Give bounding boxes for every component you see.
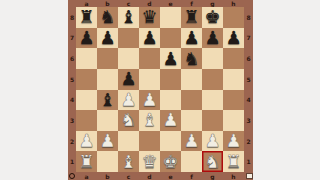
square-c4[interactable]: ♟ bbox=[118, 90, 139, 111]
square-h5[interactable] bbox=[223, 69, 244, 90]
black-king-g8[interactable]: ♚ bbox=[204, 8, 220, 26]
square-c8[interactable]: ♝ bbox=[118, 7, 139, 28]
coordinate-label: b bbox=[97, 172, 118, 180]
coordinate-label: 7 bbox=[68, 28, 76, 49]
square-g7[interactable]: ♟ bbox=[202, 28, 223, 49]
square-f4[interactable] bbox=[181, 90, 202, 111]
square-e6[interactable]: ♟ bbox=[160, 48, 181, 69]
square-h1[interactable]: ♜ bbox=[223, 151, 244, 172]
coordinate-label: d bbox=[139, 0, 160, 7]
coordinate-label: e bbox=[160, 172, 181, 180]
black-pawn-f7[interactable]: ♟ bbox=[183, 29, 199, 47]
white-rook-h1[interactable]: ♜ bbox=[225, 153, 241, 171]
square-e3[interactable]: ♟ bbox=[160, 110, 181, 131]
coordinate-label: h bbox=[223, 172, 244, 180]
coordinate-label: 5 bbox=[68, 69, 76, 90]
white-king-e1[interactable]: ♚ bbox=[162, 153, 178, 171]
square-a6[interactable] bbox=[76, 48, 97, 69]
chess-board-frame: abcdefgh abcdefgh 87654321 87654321 ♜♞♝♛… bbox=[68, 0, 253, 180]
white-pawn-a2[interactable]: ♟ bbox=[78, 132, 94, 150]
square-d8[interactable]: ♛ bbox=[139, 7, 160, 28]
rank-labels-right: 87654321 bbox=[244, 7, 253, 172]
black-pawn-d7[interactable]: ♟ bbox=[141, 29, 157, 47]
coordinate-label: 1 bbox=[244, 151, 253, 172]
rank-labels-left: 87654321 bbox=[68, 7, 76, 172]
square-c7[interactable] bbox=[118, 28, 139, 49]
square-d6[interactable] bbox=[139, 48, 160, 69]
coordinate-label: 3 bbox=[68, 110, 76, 131]
square-f5[interactable] bbox=[181, 69, 202, 90]
square-d2[interactable] bbox=[139, 131, 160, 152]
coordinate-label: 6 bbox=[68, 48, 76, 69]
square-d5[interactable] bbox=[139, 69, 160, 90]
square-d7[interactable]: ♟ bbox=[139, 28, 160, 49]
square-g4[interactable] bbox=[202, 90, 223, 111]
square-f6[interactable]: ♞ bbox=[181, 48, 202, 69]
white-pawn-c4[interactable]: ♟ bbox=[120, 91, 136, 109]
coordinate-label: f bbox=[181, 0, 202, 7]
square-c6[interactable] bbox=[118, 48, 139, 69]
square-a2[interactable]: ♟ bbox=[76, 131, 97, 152]
flip-board-icon[interactable] bbox=[69, 173, 75, 179]
coordinate-label: e bbox=[160, 0, 181, 7]
square-h6[interactable] bbox=[223, 48, 244, 69]
square-b4[interactable]: ♝ bbox=[97, 90, 118, 111]
square-f3[interactable] bbox=[181, 110, 202, 131]
coordinate-label: 3 bbox=[244, 110, 253, 131]
square-h4[interactable] bbox=[223, 90, 244, 111]
coordinate-label: 7 bbox=[244, 28, 253, 49]
square-g5[interactable] bbox=[202, 69, 223, 90]
square-f2[interactable]: ♟ bbox=[181, 131, 202, 152]
square-b3[interactable] bbox=[97, 110, 118, 131]
white-pawn-h2[interactable]: ♟ bbox=[225, 132, 241, 150]
square-g8[interactable]: ♚ bbox=[202, 7, 223, 28]
page-background: abcdefgh abcdefgh 87654321 87654321 ♜♞♝♛… bbox=[0, 0, 320, 180]
black-queen-d8[interactable]: ♛ bbox=[141, 8, 157, 26]
white-pawn-g2[interactable]: ♟ bbox=[204, 132, 220, 150]
square-g2[interactable]: ♟ bbox=[202, 131, 223, 152]
coordinate-label: 6 bbox=[244, 48, 253, 69]
black-bishop-c8[interactable]: ♝ bbox=[120, 8, 136, 26]
square-h3[interactable] bbox=[223, 110, 244, 131]
square-g1[interactable]: ♞ bbox=[202, 151, 223, 172]
square-e5[interactable] bbox=[160, 69, 181, 90]
square-b7[interactable]: ♟ bbox=[97, 28, 118, 49]
square-b5[interactable] bbox=[97, 69, 118, 90]
square-f8[interactable]: ♜ bbox=[181, 7, 202, 28]
file-labels-top: abcdefgh bbox=[76, 0, 244, 7]
black-knight-b8[interactable]: ♞ bbox=[99, 8, 115, 26]
black-pawn-a7[interactable]: ♟ bbox=[78, 29, 94, 47]
square-a8[interactable]: ♜ bbox=[76, 7, 97, 28]
coordinate-label: f bbox=[181, 172, 202, 180]
square-c3[interactable]: ♞ bbox=[118, 110, 139, 131]
white-bishop-c1[interactable]: ♝ bbox=[120, 153, 136, 171]
coordinate-label: c bbox=[118, 172, 139, 180]
coordinate-label: g bbox=[202, 172, 223, 180]
square-e7[interactable] bbox=[160, 28, 181, 49]
square-h2[interactable]: ♟ bbox=[223, 131, 244, 152]
square-h7[interactable]: ♟ bbox=[223, 28, 244, 49]
square-e8[interactable] bbox=[160, 7, 181, 28]
coordinate-label: b bbox=[97, 0, 118, 7]
square-h8[interactable] bbox=[223, 7, 244, 28]
coordinate-label: h bbox=[223, 0, 244, 7]
square-d3[interactable]: ♝ bbox=[139, 110, 160, 131]
coordinate-label: a bbox=[76, 172, 97, 180]
square-e1[interactable]: ♚ bbox=[160, 151, 181, 172]
square-f1[interactable] bbox=[181, 151, 202, 172]
square-e4[interactable] bbox=[160, 90, 181, 111]
coordinate-label: 4 bbox=[68, 90, 76, 111]
coordinate-label: g bbox=[202, 0, 223, 7]
square-a5[interactable] bbox=[76, 69, 97, 90]
coordinate-label: 2 bbox=[68, 131, 76, 152]
square-a3[interactable] bbox=[76, 110, 97, 131]
black-pawn-g7[interactable]: ♟ bbox=[204, 29, 220, 47]
coordinate-label: 4 bbox=[244, 90, 253, 111]
square-f7[interactable]: ♟ bbox=[181, 28, 202, 49]
white-pawn-d4[interactable]: ♟ bbox=[141, 91, 157, 109]
square-d1[interactable]: ♛ bbox=[139, 151, 160, 172]
square-b2[interactable]: ♟ bbox=[97, 131, 118, 152]
coordinate-label: d bbox=[139, 172, 160, 180]
square-a1[interactable]: ♜ bbox=[76, 151, 97, 172]
white-pawn-b2[interactable]: ♟ bbox=[99, 132, 115, 150]
coordinate-label: 8 bbox=[244, 7, 253, 28]
coordinate-label: a bbox=[76, 0, 97, 7]
coordinate-label: 8 bbox=[68, 7, 76, 28]
white-pawn-e3[interactable]: ♟ bbox=[162, 111, 178, 129]
coordinate-label: 1 bbox=[68, 151, 76, 172]
black-pawn-e6[interactable]: ♟ bbox=[162, 50, 178, 68]
white-queen-d1[interactable]: ♛ bbox=[141, 153, 157, 171]
black-rook-a8[interactable]: ♜ bbox=[78, 8, 94, 26]
square-b6[interactable] bbox=[97, 48, 118, 69]
coordinate-label: 5 bbox=[244, 69, 253, 90]
white-knight-g1[interactable]: ♞ bbox=[204, 153, 220, 171]
fullscreen-icon[interactable] bbox=[246, 173, 253, 180]
square-g3[interactable] bbox=[202, 110, 223, 131]
black-pawn-b7[interactable]: ♟ bbox=[99, 29, 115, 47]
black-rook-f8[interactable]: ♜ bbox=[183, 8, 199, 26]
square-b1[interactable] bbox=[97, 151, 118, 172]
square-a4[interactable] bbox=[76, 90, 97, 111]
square-c2[interactable] bbox=[118, 131, 139, 152]
coordinate-label: c bbox=[118, 0, 139, 7]
black-pawn-h7[interactable]: ♟ bbox=[225, 29, 241, 47]
square-g6[interactable] bbox=[202, 48, 223, 69]
square-a7[interactable]: ♟ bbox=[76, 28, 97, 49]
white-bishop-d3[interactable]: ♝ bbox=[141, 111, 157, 129]
white-knight-c3[interactable]: ♞ bbox=[120, 111, 136, 129]
white-pawn-f2[interactable]: ♟ bbox=[183, 132, 199, 150]
coordinate-label: 2 bbox=[244, 131, 253, 152]
black-pawn-c5[interactable]: ♟ bbox=[120, 70, 136, 88]
square-c5[interactable]: ♟ bbox=[118, 69, 139, 90]
square-c1[interactable]: ♝ bbox=[118, 151, 139, 172]
black-bishop-b4[interactable]: ♝ bbox=[99, 91, 115, 109]
black-knight-f6[interactable]: ♞ bbox=[183, 50, 199, 68]
square-b8[interactable]: ♞ bbox=[97, 7, 118, 28]
square-e2[interactable] bbox=[160, 131, 181, 152]
file-labels-bottom: abcdefgh bbox=[76, 172, 244, 180]
chess-board: ♜♞♝♛♜♚♟♟♟♟♟♟♟♞♟♝♟♟♞♝♟♟♟♟♟♟♜♝♛♚♞♜ bbox=[76, 7, 244, 172]
square-d4[interactable]: ♟ bbox=[139, 90, 160, 111]
white-rook-a1[interactable]: ♜ bbox=[78, 153, 94, 171]
